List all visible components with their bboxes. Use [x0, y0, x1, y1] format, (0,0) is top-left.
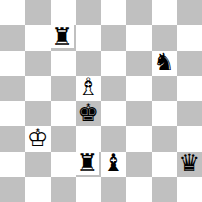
square-f7[interactable] [126, 25, 151, 50]
black-rook[interactable]: ♜ [51, 25, 73, 49]
square-g7[interactable] [152, 25, 177, 50]
square-c8[interactable] [51, 0, 76, 25]
square-f5[interactable] [126, 76, 151, 101]
square-a3[interactable] [0, 126, 25, 151]
square-c4[interactable] [51, 101, 76, 126]
square-f8[interactable] [126, 0, 151, 25]
square-g1[interactable] [152, 177, 177, 202]
square-e1[interactable] [101, 177, 126, 202]
square-h8[interactable] [177, 0, 202, 25]
square-d1[interactable] [76, 177, 101, 202]
square-g6[interactable]: ♞ [152, 51, 177, 76]
black-rook[interactable]: ♜ [76, 151, 98, 175]
white-king[interactable]: ♔ [27, 126, 49, 150]
square-a6[interactable] [0, 51, 25, 76]
square-h1[interactable] [177, 177, 202, 202]
square-d8[interactable] [76, 0, 101, 25]
black-knight[interactable]: ♞ [153, 50, 175, 74]
square-f2[interactable] [126, 152, 151, 177]
square-c6[interactable] [51, 51, 76, 76]
square-e5[interactable] [101, 76, 126, 101]
square-e7[interactable] [101, 25, 126, 50]
square-e3[interactable] [101, 126, 126, 151]
square-f4[interactable] [126, 101, 151, 126]
square-d5[interactable]: ♗ [76, 76, 101, 101]
square-h5[interactable] [177, 76, 202, 101]
square-h4[interactable] [177, 101, 202, 126]
white-bishop[interactable]: ♗ [78, 75, 100, 99]
square-d3[interactable] [76, 126, 101, 151]
square-b7[interactable] [25, 25, 50, 50]
square-g4[interactable] [152, 101, 177, 126]
square-b1[interactable] [25, 177, 50, 202]
square-a2[interactable] [0, 152, 25, 177]
square-d7[interactable] [76, 25, 101, 50]
square-e8[interactable] [101, 0, 126, 25]
square-b2[interactable] [25, 152, 50, 177]
square-h3[interactable] [177, 126, 202, 151]
square-e2[interactable]: ♝ [101, 152, 126, 177]
square-h2[interactable]: ♛ [177, 152, 202, 177]
square-b6[interactable] [25, 51, 50, 76]
square-d2[interactable]: ♜ [76, 152, 101, 177]
square-g3[interactable] [152, 126, 177, 151]
chess-board: ♜♞♗♚♔♜♝♛ [0, 0, 202, 202]
square-b4[interactable] [25, 101, 50, 126]
square-d4[interactable]: ♚ [76, 101, 101, 126]
square-e4[interactable] [101, 101, 126, 126]
square-a7[interactable] [0, 25, 25, 50]
square-g8[interactable] [152, 0, 177, 25]
square-a8[interactable] [0, 0, 25, 25]
square-h7[interactable] [177, 25, 202, 50]
black-king[interactable]: ♚ [78, 101, 100, 125]
square-b3[interactable]: ♔ [25, 126, 50, 151]
square-f1[interactable] [126, 177, 151, 202]
square-e6[interactable] [101, 51, 126, 76]
square-c5[interactable] [51, 76, 76, 101]
square-b5[interactable] [25, 76, 50, 101]
square-c7[interactable]: ♜ [51, 25, 76, 50]
black-bishop[interactable]: ♝ [103, 151, 125, 175]
square-a5[interactable] [0, 76, 25, 101]
square-c1[interactable] [51, 177, 76, 202]
square-c2[interactable] [51, 152, 76, 177]
square-a4[interactable] [0, 101, 25, 126]
square-c3[interactable] [51, 126, 76, 151]
square-g2[interactable] [152, 152, 177, 177]
square-g5[interactable] [152, 76, 177, 101]
square-a1[interactable] [0, 177, 25, 202]
square-b8[interactable] [25, 0, 50, 25]
square-f6[interactable] [126, 51, 151, 76]
square-d6[interactable] [76, 51, 101, 76]
black-queen[interactable]: ♛ [179, 151, 201, 175]
square-f3[interactable] [126, 126, 151, 151]
piece-white-glyphbox: ♜ [76, 152, 99, 175]
piece-white-glyphbox: ♜ [51, 25, 74, 48]
square-h6[interactable] [177, 51, 202, 76]
